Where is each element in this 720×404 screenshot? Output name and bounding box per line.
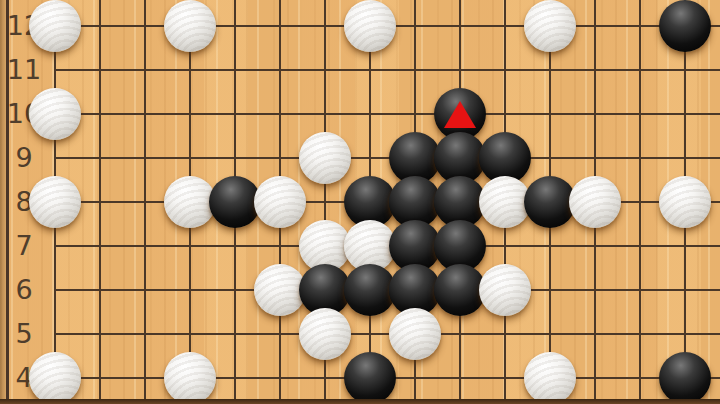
black-stone[interactable] bbox=[659, 352, 711, 404]
board-left-edge-line bbox=[6, 0, 9, 404]
white-stone[interactable] bbox=[29, 352, 81, 404]
white-stone[interactable] bbox=[524, 0, 576, 52]
white-stone[interactable] bbox=[299, 308, 351, 360]
white-stone[interactable] bbox=[29, 0, 81, 52]
white-stone[interactable] bbox=[569, 176, 621, 228]
black-stone[interactable] bbox=[659, 0, 711, 52]
go-board[interactable]: 121110987654 bbox=[0, 0, 720, 404]
grid-hline bbox=[54, 113, 720, 115]
grid-vline bbox=[144, 0, 146, 401]
grid-hline bbox=[54, 157, 720, 159]
white-stone[interactable] bbox=[299, 132, 351, 184]
grid-vline bbox=[99, 0, 101, 401]
white-stone[interactable] bbox=[29, 176, 81, 228]
white-stone[interactable] bbox=[254, 176, 306, 228]
white-stone[interactable] bbox=[29, 88, 81, 140]
last-move-marker bbox=[444, 101, 476, 128]
white-stone[interactable] bbox=[659, 176, 711, 228]
white-stone[interactable] bbox=[479, 264, 531, 316]
white-stone[interactable] bbox=[524, 352, 576, 404]
grid-hline bbox=[54, 333, 720, 335]
grid-vline bbox=[639, 0, 641, 401]
board-bottom-edge bbox=[0, 399, 720, 404]
white-stone[interactable] bbox=[344, 0, 396, 52]
black-stone[interactable] bbox=[344, 352, 396, 404]
white-stone[interactable] bbox=[164, 0, 216, 52]
white-stone[interactable] bbox=[389, 308, 441, 360]
grid-hline bbox=[54, 69, 720, 71]
white-stone[interactable] bbox=[164, 352, 216, 404]
